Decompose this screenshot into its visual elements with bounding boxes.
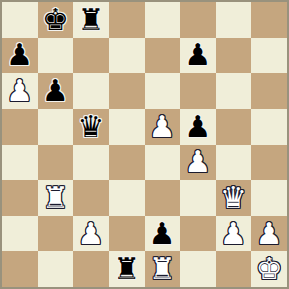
piece-white-pawn[interactable]: ♟ <box>184 147 211 177</box>
square-h2[interactable]: ♟ <box>251 216 287 252</box>
square-e3[interactable] <box>145 180 181 216</box>
square-g3[interactable]: ♛ <box>216 180 252 216</box>
square-f6[interactable] <box>180 73 216 109</box>
square-e7[interactable] <box>145 38 181 74</box>
square-e8[interactable] <box>145 2 181 38</box>
square-f7[interactable]: ♟ <box>180 38 216 74</box>
square-g7[interactable] <box>216 38 252 74</box>
square-a5[interactable] <box>2 109 38 145</box>
square-c8[interactable]: ♜ <box>73 2 109 38</box>
square-f1[interactable] <box>180 251 216 287</box>
square-d3[interactable] <box>109 180 145 216</box>
piece-white-pawn[interactable]: ♟ <box>149 112 176 142</box>
square-c3[interactable] <box>73 180 109 216</box>
piece-black-pawn[interactable]: ♟ <box>149 219 176 249</box>
square-g4[interactable] <box>216 145 252 181</box>
square-d1[interactable]: ♜ <box>109 251 145 287</box>
piece-black-pawn[interactable]: ♟ <box>184 112 211 142</box>
piece-black-rook[interactable]: ♜ <box>113 254 140 284</box>
square-d6[interactable] <box>109 73 145 109</box>
square-g1[interactable] <box>216 251 252 287</box>
square-d2[interactable] <box>109 216 145 252</box>
piece-white-king[interactable]: ♚ <box>256 254 283 284</box>
square-f5[interactable]: ♟ <box>180 109 216 145</box>
square-g8[interactable] <box>216 2 252 38</box>
piece-black-queen[interactable]: ♛ <box>78 112 105 142</box>
piece-black-pawn[interactable]: ♟ <box>184 40 211 70</box>
square-g6[interactable] <box>216 73 252 109</box>
piece-white-pawn[interactable]: ♟ <box>256 219 283 249</box>
piece-black-king[interactable]: ♚ <box>42 5 69 35</box>
square-d4[interactable] <box>109 145 145 181</box>
piece-black-pawn[interactable]: ♟ <box>42 76 69 106</box>
square-a8[interactable] <box>2 2 38 38</box>
square-b7[interactable] <box>38 38 74 74</box>
square-a4[interactable] <box>2 145 38 181</box>
square-b2[interactable] <box>38 216 74 252</box>
piece-white-rook[interactable]: ♜ <box>149 254 176 284</box>
square-c7[interactable] <box>73 38 109 74</box>
square-h6[interactable] <box>251 73 287 109</box>
square-f8[interactable] <box>180 2 216 38</box>
chess-board: ♚♜♟♟♟♟♛♟♟♟♜♛♟♟♟♟♜♜♚ <box>0 0 289 289</box>
square-c5[interactable]: ♛ <box>73 109 109 145</box>
square-h3[interactable] <box>251 180 287 216</box>
square-a7[interactable]: ♟ <box>2 38 38 74</box>
square-h7[interactable] <box>251 38 287 74</box>
square-b3[interactable]: ♜ <box>38 180 74 216</box>
square-g5[interactable] <box>216 109 252 145</box>
square-e4[interactable] <box>145 145 181 181</box>
square-c1[interactable] <box>73 251 109 287</box>
piece-white-pawn[interactable]: ♟ <box>220 219 247 249</box>
piece-white-rook[interactable]: ♜ <box>42 183 69 213</box>
square-b1[interactable] <box>38 251 74 287</box>
square-a2[interactable] <box>2 216 38 252</box>
piece-white-pawn[interactable]: ♟ <box>6 76 33 106</box>
square-h5[interactable] <box>251 109 287 145</box>
piece-black-pawn[interactable]: ♟ <box>6 40 33 70</box>
square-b8[interactable]: ♚ <box>38 2 74 38</box>
piece-white-queen[interactable]: ♛ <box>220 183 247 213</box>
square-d5[interactable] <box>109 109 145 145</box>
square-h4[interactable] <box>251 145 287 181</box>
square-d7[interactable] <box>109 38 145 74</box>
square-e5[interactable]: ♟ <box>145 109 181 145</box>
square-e1[interactable]: ♜ <box>145 251 181 287</box>
square-f4[interactable]: ♟ <box>180 145 216 181</box>
square-b4[interactable] <box>38 145 74 181</box>
square-b5[interactable] <box>38 109 74 145</box>
square-f3[interactable] <box>180 180 216 216</box>
square-e2[interactable]: ♟ <box>145 216 181 252</box>
square-h8[interactable] <box>251 2 287 38</box>
square-a3[interactable] <box>2 180 38 216</box>
square-a1[interactable] <box>2 251 38 287</box>
piece-white-pawn[interactable]: ♟ <box>78 219 105 249</box>
piece-black-rook[interactable]: ♜ <box>78 5 105 35</box>
square-c6[interactable] <box>73 73 109 109</box>
square-c2[interactable]: ♟ <box>73 216 109 252</box>
square-h1[interactable]: ♚ <box>251 251 287 287</box>
square-a6[interactable]: ♟ <box>2 73 38 109</box>
square-f2[interactable] <box>180 216 216 252</box>
square-g2[interactable]: ♟ <box>216 216 252 252</box>
square-e6[interactable] <box>145 73 181 109</box>
square-c4[interactable] <box>73 145 109 181</box>
square-d8[interactable] <box>109 2 145 38</box>
square-b6[interactable]: ♟ <box>38 73 74 109</box>
